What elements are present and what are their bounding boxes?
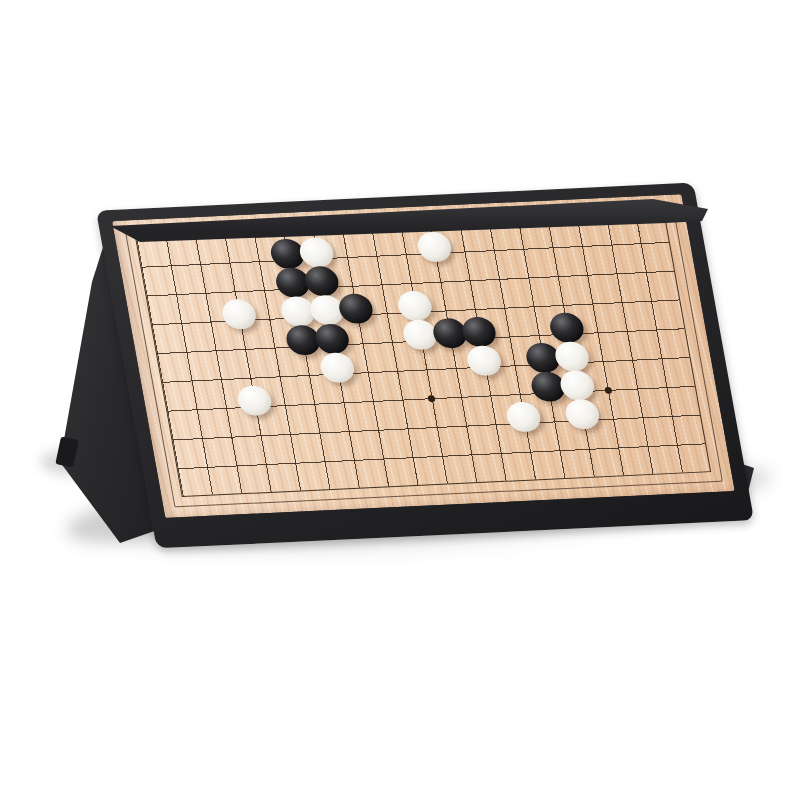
stone-white — [297, 237, 335, 268]
stone-white — [465, 345, 503, 376]
stone-white — [558, 370, 596, 401]
stone-black — [548, 312, 586, 343]
stone-black — [313, 323, 351, 354]
product-photo-scene — [0, 0, 800, 800]
stone-black — [302, 266, 340, 297]
stone-white — [318, 352, 356, 383]
stone-white — [563, 398, 601, 429]
stone-white — [220, 299, 258, 330]
star-point — [604, 386, 612, 393]
stone-black — [337, 293, 375, 324]
board-grid — [135, 212, 711, 497]
stone-white — [396, 290, 434, 321]
stone-white — [415, 231, 453, 262]
star-point — [427, 395, 435, 402]
stone-white — [235, 385, 273, 416]
stone-black — [460, 316, 498, 347]
stone-white — [553, 341, 591, 372]
stone-white — [505, 401, 543, 432]
